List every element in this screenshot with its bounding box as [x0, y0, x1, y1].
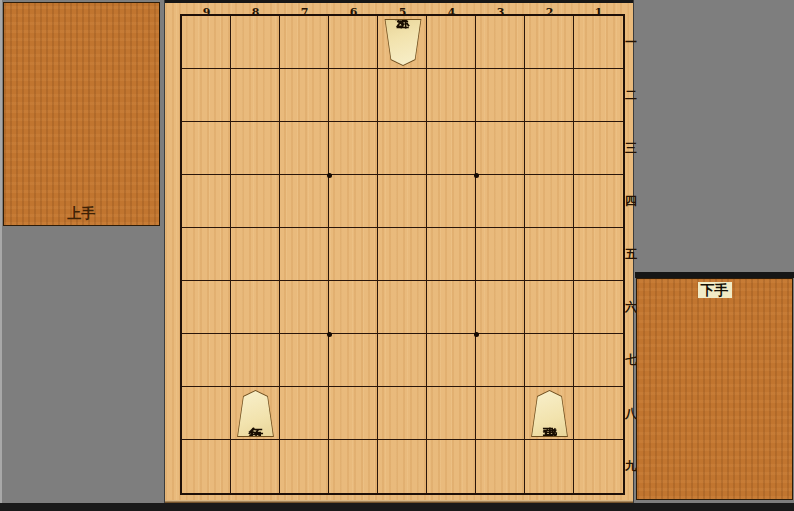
board-cell-6五[interactable] [329, 228, 378, 281]
piece-shape: 角行 [236, 390, 276, 437]
board-cell-2七[interactable] [525, 334, 574, 387]
board-cell-9九[interactable] [182, 440, 231, 493]
board-cell-8九[interactable] [231, 440, 280, 493]
piece-hisha-rook[interactable]: 飛車 [525, 387, 574, 440]
board-cell-3五[interactable] [476, 228, 525, 281]
piece-kaku-bishop[interactable]: 角行 [231, 387, 280, 440]
board-cell-7二[interactable] [280, 69, 329, 122]
board-cell-4四[interactable] [427, 175, 476, 228]
board-cell-3七[interactable] [476, 334, 525, 387]
board-cell-3八[interactable] [476, 387, 525, 440]
board-cell-5七[interactable] [378, 334, 427, 387]
window-bottom-edge [0, 503, 794, 511]
board-cell-6九[interactable] [329, 440, 378, 493]
board-cell-7七[interactable] [280, 334, 329, 387]
board-cell-1二[interactable] [574, 69, 623, 122]
board-cell-8七[interactable] [231, 334, 280, 387]
board-cell-4六[interactable] [427, 281, 476, 334]
board-cell-3四[interactable] [476, 175, 525, 228]
board-cell-1六[interactable] [574, 281, 623, 334]
board-cell-5九[interactable] [378, 440, 427, 493]
board-cell-8二[interactable] [231, 69, 280, 122]
board-cell-7三[interactable] [280, 122, 329, 175]
board-cell-7六[interactable] [280, 281, 329, 334]
shogi-board-panel: 987654321 一二三四五六七八九 玉将角行飛車 [164, 0, 634, 503]
board-cell-6八[interactable] [329, 387, 378, 440]
uwate-piece-stand[interactable]: 上手 [3, 2, 160, 226]
board-cell-8五[interactable] [231, 228, 280, 281]
board-cell-2六[interactable] [525, 281, 574, 334]
piece-shape: 玉将 [383, 19, 423, 66]
board-cell-4一[interactable] [427, 16, 476, 69]
board-cell-9一[interactable] [182, 16, 231, 69]
board-cell-5六[interactable] [378, 281, 427, 334]
rank-label: 四 [624, 175, 638, 228]
board-cell-1一[interactable] [574, 16, 623, 69]
board-cell-1四[interactable] [574, 175, 623, 228]
window-left-bevel [0, 0, 2, 503]
board-cell-9五[interactable] [182, 228, 231, 281]
board-cell-9七[interactable] [182, 334, 231, 387]
board-cell-8三[interactable] [231, 122, 280, 175]
board-cell-5八[interactable] [378, 387, 427, 440]
board-cell-1八[interactable] [574, 387, 623, 440]
board-cell-6七[interactable] [329, 334, 378, 387]
shogi-app-window: 上手 987654321 一二三四五六七八九 玉将角行飛車 下手 [0, 0, 794, 511]
rank-label: 二 [624, 69, 638, 122]
board-cell-8四[interactable] [231, 175, 280, 228]
board-cell-7四[interactable] [280, 175, 329, 228]
rank-label: 三 [624, 122, 638, 175]
board-cell-6六[interactable] [329, 281, 378, 334]
piece-kanji: 角行 [248, 412, 263, 415]
board-cell-3九[interactable] [476, 440, 525, 493]
board-cell-6三[interactable] [329, 122, 378, 175]
board-cell-4五[interactable] [427, 228, 476, 281]
board-cell-5三[interactable] [378, 122, 427, 175]
piece-face: 玉将 [384, 20, 422, 65]
board-cell-2五[interactable] [525, 228, 574, 281]
board-cell-1五[interactable] [574, 228, 623, 281]
board-cell-7八[interactable] [280, 387, 329, 440]
board-cell-5五[interactable] [378, 228, 427, 281]
board-cell-2三[interactable] [525, 122, 574, 175]
board-cell-2一[interactable] [525, 16, 574, 69]
board-cell-8六[interactable] [231, 281, 280, 334]
piece-face: 飛車 [531, 391, 569, 436]
board-cell-3六[interactable] [476, 281, 525, 334]
board-cell-2四[interactable] [525, 175, 574, 228]
board-cell-7九[interactable] [280, 440, 329, 493]
board-cell-7五[interactable] [280, 228, 329, 281]
board-cell-3二[interactable] [476, 69, 525, 122]
board-cell-9四[interactable] [182, 175, 231, 228]
board-cell-8一[interactable] [231, 16, 280, 69]
board-cell-9三[interactable] [182, 122, 231, 175]
board-cell-4九[interactable] [427, 440, 476, 493]
board-cell-6二[interactable] [329, 69, 378, 122]
board-cell-4八[interactable] [427, 387, 476, 440]
board-cell-5四[interactable] [378, 175, 427, 228]
board-cell-5二[interactable] [378, 69, 427, 122]
shitate-label[interactable]: 下手 [698, 282, 732, 298]
board-cell-1九[interactable] [574, 440, 623, 493]
board-cell-9二[interactable] [182, 69, 231, 122]
board-cell-6一[interactable] [329, 16, 378, 69]
board-cell-4二[interactable] [427, 69, 476, 122]
board-cell-9六[interactable] [182, 281, 231, 334]
rank-label: 一 [624, 16, 638, 69]
board-cell-2九[interactable] [525, 440, 574, 493]
board-cell-1三[interactable] [574, 122, 623, 175]
piece-kanji: 玉将 [395, 41, 410, 44]
board-cell-3一[interactable] [476, 16, 525, 69]
board-cell-3三[interactable] [476, 122, 525, 175]
shitate-piece-stand[interactable]: 下手 [636, 278, 793, 500]
piece-gyoku-king[interactable]: 玉将 [378, 16, 427, 69]
board-cell-6四[interactable] [329, 175, 378, 228]
board-cell-9八[interactable] [182, 387, 231, 440]
board-cell-4三[interactable] [427, 122, 476, 175]
board-cell-7一[interactable] [280, 16, 329, 69]
piece-face: 角行 [237, 391, 275, 436]
board-cell-2二[interactable] [525, 69, 574, 122]
piece-shape: 飛車 [530, 390, 570, 437]
board-cell-1七[interactable] [574, 334, 623, 387]
piece-kanji: 飛車 [542, 412, 557, 415]
file-labels: 987654321 [182, 2, 623, 13]
board-cell-4七[interactable] [427, 334, 476, 387]
uwate-label[interactable]: 上手 [4, 205, 159, 223]
